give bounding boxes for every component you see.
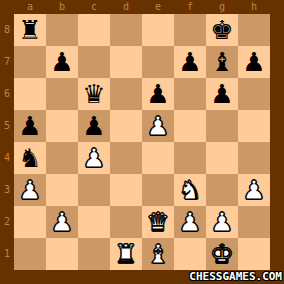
black-rook-a8[interactable]: ♜ [18, 14, 41, 46]
square-d3[interactable] [110, 174, 142, 206]
square-d6[interactable] [110, 78, 142, 110]
square-c8[interactable] [78, 14, 110, 46]
square-d1[interactable]: ♜ [110, 238, 142, 270]
square-f6[interactable] [174, 78, 206, 110]
square-a1[interactable] [14, 238, 46, 270]
rank-label-8: 8 [0, 14, 14, 46]
square-c4[interactable]: ♟ [78, 142, 110, 174]
square-b1[interactable] [46, 238, 78, 270]
square-b3[interactable] [46, 174, 78, 206]
black-pawn-b7[interactable]: ♟ [50, 46, 73, 78]
square-e4[interactable] [142, 142, 174, 174]
white-queen-e2[interactable]: ♛ [146, 206, 169, 238]
white-rook-d1[interactable]: ♜ [114, 238, 137, 270]
black-pawn-a5[interactable]: ♟ [18, 110, 41, 142]
square-e8[interactable] [142, 14, 174, 46]
square-c1[interactable] [78, 238, 110, 270]
black-pawn-f7[interactable]: ♟ [178, 46, 201, 78]
white-pawn-b2[interactable]: ♟ [50, 206, 73, 238]
file-label-e: e [142, 0, 174, 14]
square-b2[interactable]: ♟ [46, 206, 78, 238]
square-h5[interactable] [238, 110, 270, 142]
square-h4[interactable] [238, 142, 270, 174]
square-g5[interactable] [206, 110, 238, 142]
file-labels: abcdefgh [14, 0, 270, 14]
square-d5[interactable] [110, 110, 142, 142]
rank-label-2: 2 [0, 206, 14, 238]
file-label-c: c [78, 0, 110, 14]
square-d8[interactable] [110, 14, 142, 46]
square-e7[interactable] [142, 46, 174, 78]
rank-labels: 87654321 [0, 14, 14, 270]
white-pawn-c4[interactable]: ♟ [82, 142, 105, 174]
square-h6[interactable] [238, 78, 270, 110]
square-f5[interactable] [174, 110, 206, 142]
square-c3[interactable] [78, 174, 110, 206]
black-queen-c6[interactable]: ♛ [82, 78, 105, 110]
square-b4[interactable] [46, 142, 78, 174]
square-b7[interactable]: ♟ [46, 46, 78, 78]
square-d2[interactable] [110, 206, 142, 238]
square-c5[interactable]: ♟ [78, 110, 110, 142]
rank-label-6: 6 [0, 78, 14, 110]
white-pawn-a3[interactable]: ♟ [18, 174, 41, 206]
square-f7[interactable]: ♟ [174, 46, 206, 78]
square-a4[interactable]: ♞ [14, 142, 46, 174]
white-knight-f3[interactable]: ♞ [178, 174, 201, 206]
square-g6[interactable]: ♟ [206, 78, 238, 110]
rank-label-3: 3 [0, 174, 14, 206]
square-e2[interactable]: ♛ [142, 206, 174, 238]
square-d4[interactable] [110, 142, 142, 174]
square-f4[interactable] [174, 142, 206, 174]
square-c2[interactable] [78, 206, 110, 238]
square-f2[interactable]: ♟ [174, 206, 206, 238]
white-pawn-f2[interactable]: ♟ [178, 206, 201, 238]
square-b5[interactable] [46, 110, 78, 142]
rank-label-1: 1 [0, 238, 14, 270]
white-king-g1[interactable]: ♚ [210, 238, 233, 270]
square-e5[interactable]: ♟ [142, 110, 174, 142]
square-a7[interactable] [14, 46, 46, 78]
black-pawn-h7[interactable]: ♟ [242, 46, 265, 78]
rank-label-4: 4 [0, 142, 14, 174]
white-pawn-g2[interactable]: ♟ [210, 206, 233, 238]
square-a2[interactable] [14, 206, 46, 238]
square-a6[interactable] [14, 78, 46, 110]
square-a5[interactable]: ♟ [14, 110, 46, 142]
square-h1[interactable] [238, 238, 270, 270]
black-king-g8[interactable]: ♚ [210, 14, 233, 46]
square-g2[interactable]: ♟ [206, 206, 238, 238]
square-h8[interactable] [238, 14, 270, 46]
white-bishop-e1[interactable]: ♝ [146, 238, 169, 270]
square-d7[interactable] [110, 46, 142, 78]
black-pawn-e6[interactable]: ♟ [146, 78, 169, 110]
square-f3[interactable]: ♞ [174, 174, 206, 206]
square-a3[interactable]: ♟ [14, 174, 46, 206]
black-pawn-g6[interactable]: ♟ [210, 78, 233, 110]
rank-label-7: 7 [0, 46, 14, 78]
square-g7[interactable]: ♝ [206, 46, 238, 78]
square-f8[interactable] [174, 14, 206, 46]
chess-board: ♜♚♟♟♝♟♛♟♟♟♟♟♞♟♟♞♟♟♛♟♟♜♝♚ [14, 14, 270, 270]
black-bishop-g7[interactable]: ♝ [210, 46, 233, 78]
file-label-h: h [238, 0, 270, 14]
square-g4[interactable] [206, 142, 238, 174]
white-pawn-e5[interactable]: ♟ [146, 110, 169, 142]
black-pawn-c5[interactable]: ♟ [82, 110, 105, 142]
square-h3[interactable]: ♟ [238, 174, 270, 206]
square-g3[interactable] [206, 174, 238, 206]
square-c6[interactable]: ♛ [78, 78, 110, 110]
watermark: CHESSGAMES.COM [189, 270, 282, 284]
rank-label-5: 5 [0, 110, 14, 142]
file-label-a: a [14, 0, 46, 14]
square-h2[interactable] [238, 206, 270, 238]
white-pawn-h3[interactable]: ♟ [242, 174, 265, 206]
file-label-b: b [46, 0, 78, 14]
file-label-d: d [110, 0, 142, 14]
square-b8[interactable] [46, 14, 78, 46]
square-g1[interactable]: ♚ [206, 238, 238, 270]
file-label-g: g [206, 0, 238, 14]
black-knight-a4[interactable]: ♞ [18, 142, 41, 174]
square-f1[interactable] [174, 238, 206, 270]
square-g8[interactable]: ♚ [206, 14, 238, 46]
square-e6[interactable]: ♟ [142, 78, 174, 110]
square-a8[interactable]: ♜ [14, 14, 46, 46]
chess-diagram: abcdefgh 87654321 ♜♚♟♟♝♟♛♟♟♟♟♟♞♟♟♞♟♟♛♟♟♜… [0, 0, 284, 284]
square-h7[interactable]: ♟ [238, 46, 270, 78]
square-c7[interactable] [78, 46, 110, 78]
square-e1[interactable]: ♝ [142, 238, 174, 270]
square-b6[interactable] [46, 78, 78, 110]
file-label-f: f [174, 0, 206, 14]
square-e3[interactable] [142, 174, 174, 206]
